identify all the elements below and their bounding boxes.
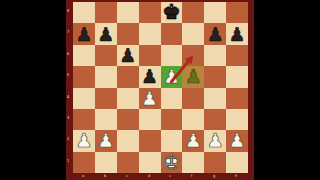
- file-label-f: f: [191, 174, 192, 178]
- square-c6[interactable]: ♟: [117, 45, 139, 66]
- square-f2[interactable]: ♟: [182, 130, 204, 151]
- square-c2[interactable]: [117, 130, 139, 151]
- piece-white-king-e1[interactable]: ♚: [162, 152, 181, 173]
- square-h6[interactable]: [226, 45, 248, 66]
- piece-black-pawn-a7[interactable]: ♟: [75, 24, 92, 45]
- rank-label-5: 5: [67, 73, 69, 77]
- square-b8[interactable]: [95, 2, 117, 23]
- square-a3[interactable]: [73, 109, 95, 130]
- piece-black-pawn-b7[interactable]: ♟: [97, 24, 114, 45]
- square-c1[interactable]: [117, 152, 139, 173]
- file-label-b: b: [104, 174, 106, 178]
- square-g8[interactable]: [204, 2, 226, 23]
- file-label-a: a: [82, 174, 84, 178]
- square-f7[interactable]: [182, 23, 204, 44]
- square-e8[interactable]: ♚: [161, 2, 183, 23]
- square-b1[interactable]: [95, 152, 117, 173]
- piece-white-pawn-e5[interactable]: ♟: [163, 66, 180, 87]
- piece-white-pawn-h2[interactable]: ♟: [229, 130, 246, 151]
- square-h4[interactable]: [226, 88, 248, 109]
- square-g1[interactable]: [204, 152, 226, 173]
- file-label-c: c: [126, 174, 128, 178]
- square-c7[interactable]: [117, 23, 139, 44]
- square-d1[interactable]: [139, 152, 161, 173]
- square-d5[interactable]: ♟: [139, 66, 161, 87]
- square-e5[interactable]: ♟: [161, 66, 183, 87]
- square-e2[interactable]: [161, 130, 183, 151]
- file-label-g: g: [213, 174, 215, 178]
- piece-black-pawn-d5[interactable]: ♟: [141, 66, 158, 87]
- square-f1[interactable]: [182, 152, 204, 173]
- rank-label-4: 4: [67, 95, 69, 99]
- piece-black-pawn-h7[interactable]: ♟: [229, 24, 246, 45]
- screenshot-stage: ♚♟♟♟♟♟♟♟♟♟♟♟♟♟♟♚ 87654321abcdefgh: [0, 0, 320, 180]
- square-f5[interactable]: ♟: [182, 66, 204, 87]
- square-g6[interactable]: [204, 45, 226, 66]
- square-g3[interactable]: [204, 109, 226, 130]
- square-e7[interactable]: [161, 23, 183, 44]
- square-f8[interactable]: [182, 2, 204, 23]
- square-b3[interactable]: [95, 109, 117, 130]
- file-label-d: d: [148, 174, 150, 178]
- square-d7[interactable]: [139, 23, 161, 44]
- square-c8[interactable]: [117, 2, 139, 23]
- file-label-e: e: [169, 174, 171, 178]
- piece-white-pawn-b2[interactable]: ♟: [97, 130, 114, 151]
- square-e6[interactable]: [161, 45, 183, 66]
- square-e1[interactable]: ♚: [161, 152, 183, 173]
- square-f4[interactable]: [182, 88, 204, 109]
- square-c3[interactable]: [117, 109, 139, 130]
- square-a1[interactable]: [73, 152, 95, 173]
- rank-label-8: 8: [67, 9, 69, 13]
- piece-black-pawn-c6[interactable]: ♟: [119, 45, 136, 66]
- piece-white-pawn-g2[interactable]: ♟: [207, 130, 224, 151]
- square-d2[interactable]: [139, 130, 161, 151]
- square-b4[interactable]: [95, 88, 117, 109]
- square-c4[interactable]: [117, 88, 139, 109]
- square-g5[interactable]: [204, 66, 226, 87]
- square-b7[interactable]: ♟: [95, 23, 117, 44]
- square-h8[interactable]: [226, 2, 248, 23]
- piece-white-pawn-d4[interactable]: ♟: [141, 88, 158, 109]
- rank-label-7: 7: [67, 30, 69, 34]
- file-label-h: h: [235, 174, 237, 178]
- rank-label-2: 2: [67, 137, 69, 141]
- square-a8[interactable]: [73, 2, 95, 23]
- square-h2[interactable]: ♟: [226, 130, 248, 151]
- board-frame: ♚♟♟♟♟♟♟♟♟♟♟♟♟♟♟♚ 87654321abcdefgh: [66, 0, 254, 180]
- square-a6[interactable]: [73, 45, 95, 66]
- square-f3[interactable]: [182, 109, 204, 130]
- square-g7[interactable]: ♟: [204, 23, 226, 44]
- rank-label-6: 6: [67, 52, 69, 56]
- square-g2[interactable]: ♟: [204, 130, 226, 151]
- square-h7[interactable]: ♟: [226, 23, 248, 44]
- square-d3[interactable]: [139, 109, 161, 130]
- rank-label-1: 1: [67, 159, 69, 163]
- piece-black-king-e8[interactable]: ♚: [162, 2, 181, 23]
- piece-black-pawn-g7[interactable]: ♟: [207, 24, 224, 45]
- piece-black-pawn-f5[interactable]: ♟: [185, 66, 202, 87]
- square-e3[interactable]: [161, 109, 183, 130]
- square-c5[interactable]: [117, 66, 139, 87]
- square-b5[interactable]: [95, 66, 117, 87]
- square-a7[interactable]: ♟: [73, 23, 95, 44]
- square-a5[interactable]: [73, 66, 95, 87]
- square-a4[interactable]: [73, 88, 95, 109]
- rank-label-3: 3: [67, 116, 69, 120]
- square-b2[interactable]: ♟: [95, 130, 117, 151]
- square-f6[interactable]: [182, 45, 204, 66]
- square-h5[interactable]: [226, 66, 248, 87]
- piece-white-pawn-a2[interactable]: ♟: [75, 130, 92, 151]
- square-h3[interactable]: [226, 109, 248, 130]
- square-d6[interactable]: [139, 45, 161, 66]
- chessboard: ♚♟♟♟♟♟♟♟♟♟♟♟♟♟♟♚: [73, 2, 248, 173]
- square-b6[interactable]: [95, 45, 117, 66]
- square-g4[interactable]: [204, 88, 226, 109]
- square-e4[interactable]: [161, 88, 183, 109]
- square-d4[interactable]: ♟: [139, 88, 161, 109]
- square-h1[interactable]: [226, 152, 248, 173]
- piece-white-pawn-f2[interactable]: ♟: [185, 130, 202, 151]
- square-d8[interactable]: [139, 2, 161, 23]
- square-a2[interactable]: ♟: [73, 130, 95, 151]
